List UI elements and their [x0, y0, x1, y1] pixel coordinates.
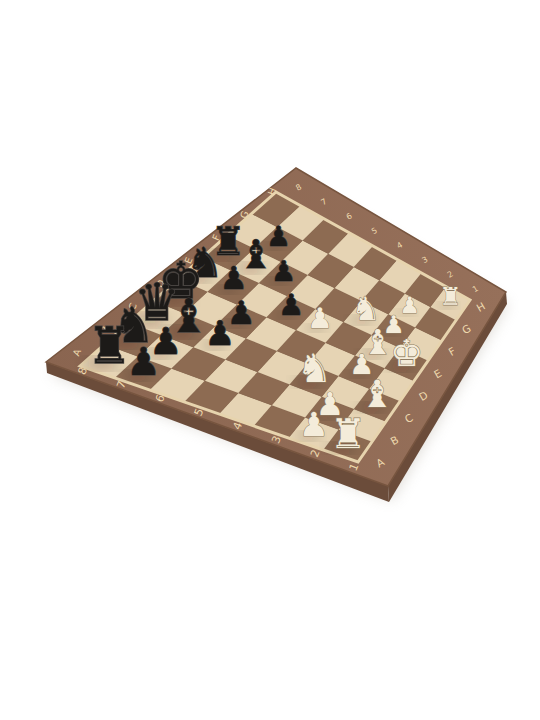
piece-black-pawn-e5: ♟ — [278, 288, 304, 322]
piece-white-rook-a1: ♜ — [330, 410, 366, 458]
chess-board: 87654321ABCDEFGHABCDEFGH87654321♟♜♝♞♟♟♚♜… — [0, 0, 540, 720]
piece-black-pawn-c6: ♟ — [205, 314, 235, 353]
piece-white-pawn-e4: ♟ — [307, 302, 332, 335]
product-photo: 87654321ABCDEFGHABCDEFGH87654321♟♜♝♞♟♟♚♜… — [0, 0, 540, 720]
piece-white-pawn-a2: ♟ — [299, 405, 329, 444]
piece-black-pawn-a7: ♟ — [126, 339, 161, 384]
piece-black-rook-a8: ♜ — [87, 316, 132, 375]
piece-white-king-e1: ♚ — [390, 332, 423, 375]
piece-white-rook-h1: ♜ — [439, 282, 461, 311]
piece-black-pawn-e7: ♟ — [219, 260, 247, 296]
piece-black-pawn-f6: ♟ — [271, 254, 297, 288]
piece-white-knight-c3: ♞ — [297, 345, 332, 391]
